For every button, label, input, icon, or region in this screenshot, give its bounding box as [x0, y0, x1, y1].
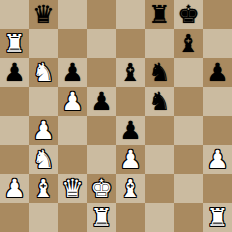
piece-white-rook[interactable]: ♜	[206, 203, 228, 232]
piece-black-pawn[interactable]: ♟	[61, 58, 83, 87]
square-d4[interactable]	[87, 116, 116, 145]
square-g2[interactable]	[174, 174, 203, 203]
square-d1[interactable]: ♜	[87, 203, 116, 232]
piece-black-bishop[interactable]: ♝	[177, 29, 199, 58]
square-g7[interactable]: ♝	[174, 29, 203, 58]
square-e6[interactable]: ♝	[116, 58, 145, 87]
square-d2[interactable]: ♚	[87, 174, 116, 203]
square-f1[interactable]	[145, 203, 174, 232]
piece-black-knight[interactable]: ♞	[148, 58, 170, 87]
square-a1[interactable]	[0, 203, 29, 232]
square-f5[interactable]: ♞	[145, 87, 174, 116]
square-a6[interactable]: ♟	[0, 58, 29, 87]
square-e7[interactable]	[116, 29, 145, 58]
square-d3[interactable]	[87, 145, 116, 174]
square-c2[interactable]: ♛	[58, 174, 87, 203]
square-b1[interactable]	[29, 203, 58, 232]
square-e4[interactable]: ♟	[116, 116, 145, 145]
piece-white-pawn[interactable]: ♟	[119, 145, 141, 174]
piece-white-pawn[interactable]: ♟	[3, 174, 25, 203]
chess-board: ♛♜♚♜♝♟♞♟♝♞♟♟♟♞♟♟♞♟♟♟♝♛♚♝♜♜	[0, 0, 232, 232]
square-c5[interactable]: ♟	[58, 87, 87, 116]
piece-white-rook[interactable]: ♜	[3, 29, 25, 58]
square-c8[interactable]	[58, 0, 87, 29]
piece-black-bishop[interactable]: ♝	[119, 58, 141, 87]
square-f8[interactable]: ♜	[145, 0, 174, 29]
square-f3[interactable]	[145, 145, 174, 174]
square-b2[interactable]: ♝	[29, 174, 58, 203]
square-g1[interactable]	[174, 203, 203, 232]
square-h4[interactable]	[203, 116, 232, 145]
square-a8[interactable]	[0, 0, 29, 29]
square-h2[interactable]	[203, 174, 232, 203]
square-c6[interactable]: ♟	[58, 58, 87, 87]
square-a7[interactable]: ♜	[0, 29, 29, 58]
piece-white-bishop[interactable]: ♝	[32, 174, 54, 203]
square-a2[interactable]: ♟	[0, 174, 29, 203]
square-e5[interactable]	[116, 87, 145, 116]
piece-white-queen[interactable]: ♛	[61, 174, 83, 203]
square-d8[interactable]	[87, 0, 116, 29]
square-h1[interactable]: ♜	[203, 203, 232, 232]
piece-black-pawn[interactable]: ♟	[90, 87, 112, 116]
piece-black-pawn[interactable]: ♟	[3, 58, 25, 87]
piece-white-pawn[interactable]: ♟	[61, 87, 83, 116]
piece-white-king[interactable]: ♚	[90, 174, 112, 203]
square-g8[interactable]: ♚	[174, 0, 203, 29]
square-d5[interactable]: ♟	[87, 87, 116, 116]
square-f7[interactable]	[145, 29, 174, 58]
square-c7[interactable]	[58, 29, 87, 58]
piece-black-queen[interactable]: ♛	[32, 0, 54, 29]
square-h3[interactable]: ♟	[203, 145, 232, 174]
piece-white-rook[interactable]: ♜	[90, 203, 112, 232]
square-h5[interactable]	[203, 87, 232, 116]
piece-black-pawn[interactable]: ♟	[206, 58, 228, 87]
piece-black-pawn[interactable]: ♟	[119, 116, 141, 145]
piece-black-king[interactable]: ♚	[177, 0, 199, 29]
square-e8[interactable]	[116, 0, 145, 29]
square-c4[interactable]	[58, 116, 87, 145]
square-f4[interactable]	[145, 116, 174, 145]
piece-white-pawn[interactable]: ♟	[206, 145, 228, 174]
square-c1[interactable]	[58, 203, 87, 232]
square-h7[interactable]	[203, 29, 232, 58]
square-d7[interactable]	[87, 29, 116, 58]
square-h6[interactable]: ♟	[203, 58, 232, 87]
square-g3[interactable]	[174, 145, 203, 174]
square-a4[interactable]	[0, 116, 29, 145]
square-h8[interactable]	[203, 0, 232, 29]
square-a5[interactable]	[0, 87, 29, 116]
square-d6[interactable]	[87, 58, 116, 87]
square-g6[interactable]	[174, 58, 203, 87]
piece-white-knight[interactable]: ♞	[32, 145, 54, 174]
square-b8[interactable]: ♛	[29, 0, 58, 29]
piece-black-rook[interactable]: ♜	[148, 0, 170, 29]
square-e3[interactable]: ♟	[116, 145, 145, 174]
piece-white-knight[interactable]: ♞	[32, 58, 54, 87]
piece-white-pawn[interactable]: ♟	[32, 116, 54, 145]
piece-white-bishop[interactable]: ♝	[119, 174, 141, 203]
square-c3[interactable]	[58, 145, 87, 174]
piece-black-knight[interactable]: ♞	[148, 87, 170, 116]
square-g4[interactable]	[174, 116, 203, 145]
square-e1[interactable]	[116, 203, 145, 232]
square-b7[interactable]	[29, 29, 58, 58]
square-b6[interactable]: ♞	[29, 58, 58, 87]
square-b5[interactable]	[29, 87, 58, 116]
square-g5[interactable]	[174, 87, 203, 116]
square-b4[interactable]: ♟	[29, 116, 58, 145]
square-a3[interactable]	[0, 145, 29, 174]
square-f2[interactable]	[145, 174, 174, 203]
square-b3[interactable]: ♞	[29, 145, 58, 174]
square-e2[interactable]: ♝	[116, 174, 145, 203]
square-f6[interactable]: ♞	[145, 58, 174, 87]
